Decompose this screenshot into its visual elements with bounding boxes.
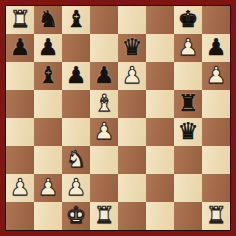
square-h8[interactable] [202,6,230,34]
square-f1[interactable] [146,202,174,230]
square-g8[interactable]: ♚ [174,6,202,34]
square-b7[interactable]: ♟ [34,34,62,62]
square-h2[interactable] [202,174,230,202]
square-a6[interactable] [6,62,34,90]
square-f2[interactable] [146,174,174,202]
square-d1[interactable]: ♜ [90,202,118,230]
white-knight[interactable]: ♞ [62,146,90,174]
black-pawn[interactable]: ♟ [34,34,62,62]
black-rook[interactable]: ♜ [174,90,202,118]
white-pawn[interactable]: ♟ [34,174,62,202]
black-queen[interactable]: ♛ [174,118,202,146]
white-pawn[interactable]: ♟ [174,34,202,62]
white-pawn[interactable]: ♟ [62,174,90,202]
square-c7[interactable] [62,34,90,62]
white-bishop[interactable]: ♝ [90,90,118,118]
square-e4[interactable] [118,118,146,146]
white-pawn[interactable]: ♟ [118,62,146,90]
square-e7[interactable]: ♛ [118,34,146,62]
square-c4[interactable] [62,118,90,146]
square-f7[interactable] [146,34,174,62]
square-b6[interactable]: ♝ [34,62,62,90]
square-e8[interactable] [118,6,146,34]
square-g3[interactable] [174,146,202,174]
black-queen[interactable]: ♛ [118,34,146,62]
square-a2[interactable]: ♟ [6,174,34,202]
square-c1[interactable]: ♚ [62,202,90,230]
black-king[interactable]: ♚ [174,6,202,34]
square-a8[interactable]: ♜ [6,6,34,34]
square-b1[interactable] [34,202,62,230]
square-a3[interactable] [6,146,34,174]
square-b3[interactable] [34,146,62,174]
black-bishop[interactable]: ♝ [34,62,62,90]
square-g2[interactable] [174,174,202,202]
board-inner-border: ♜♞♝♚♟♟♛♟♟♝♟♟♟♟♝♜♟♛♞♟♟♟♚♜♜ [5,5,231,231]
square-g4[interactable]: ♛ [174,118,202,146]
square-h5[interactable] [202,90,230,118]
square-b2[interactable]: ♟ [34,174,62,202]
square-b4[interactable] [34,118,62,146]
square-e5[interactable] [118,90,146,118]
white-pawn[interactable]: ♟ [6,174,34,202]
square-f4[interactable] [146,118,174,146]
square-f8[interactable] [146,6,174,34]
black-pawn[interactable]: ♟ [90,62,118,90]
black-bishop[interactable]: ♝ [62,6,90,34]
square-g7[interactable]: ♟ [174,34,202,62]
square-g1[interactable] [174,202,202,230]
black-pawn[interactable]: ♟ [6,34,34,62]
square-a4[interactable] [6,118,34,146]
square-h4[interactable] [202,118,230,146]
square-f6[interactable] [146,62,174,90]
square-c3[interactable]: ♞ [62,146,90,174]
square-h7[interactable]: ♟ [202,34,230,62]
square-a7[interactable]: ♟ [6,34,34,62]
black-pawn[interactable]: ♟ [62,62,90,90]
black-knight[interactable]: ♞ [34,6,62,34]
square-c8[interactable]: ♝ [62,6,90,34]
square-c5[interactable] [62,90,90,118]
square-c2[interactable]: ♟ [62,174,90,202]
white-pawn[interactable]: ♟ [90,118,118,146]
square-e3[interactable] [118,146,146,174]
white-rook[interactable]: ♜ [6,6,34,34]
square-e6[interactable]: ♟ [118,62,146,90]
square-h3[interactable] [202,146,230,174]
chess-board: ♜♞♝♚♟♟♛♟♟♝♟♟♟♟♝♜♟♛♞♟♟♟♚♜♜ [6,6,230,230]
square-a5[interactable] [6,90,34,118]
white-king[interactable]: ♚ [62,202,90,230]
square-h1[interactable]: ♜ [202,202,230,230]
white-pawn[interactable]: ♟ [202,62,230,90]
square-e1[interactable] [118,202,146,230]
square-g5[interactable]: ♜ [174,90,202,118]
square-b8[interactable]: ♞ [34,6,62,34]
square-f5[interactable] [146,90,174,118]
square-h6[interactable]: ♟ [202,62,230,90]
square-d2[interactable] [90,174,118,202]
white-rook[interactable]: ♜ [202,202,230,230]
square-c6[interactable]: ♟ [62,62,90,90]
square-f3[interactable] [146,146,174,174]
black-pawn[interactable]: ♟ [202,34,230,62]
square-d6[interactable]: ♟ [90,62,118,90]
square-d4[interactable]: ♟ [90,118,118,146]
square-g6[interactable] [174,62,202,90]
white-rook[interactable]: ♜ [90,202,118,230]
square-e2[interactable] [118,174,146,202]
square-d3[interactable] [90,146,118,174]
board-frame: ♜♞♝♚♟♟♛♟♟♝♟♟♟♟♝♜♟♛♞♟♟♟♚♜♜ [0,0,236,236]
square-d8[interactable] [90,6,118,34]
square-a1[interactable] [6,202,34,230]
square-b5[interactable] [34,90,62,118]
square-d7[interactable] [90,34,118,62]
square-d5[interactable]: ♝ [90,90,118,118]
